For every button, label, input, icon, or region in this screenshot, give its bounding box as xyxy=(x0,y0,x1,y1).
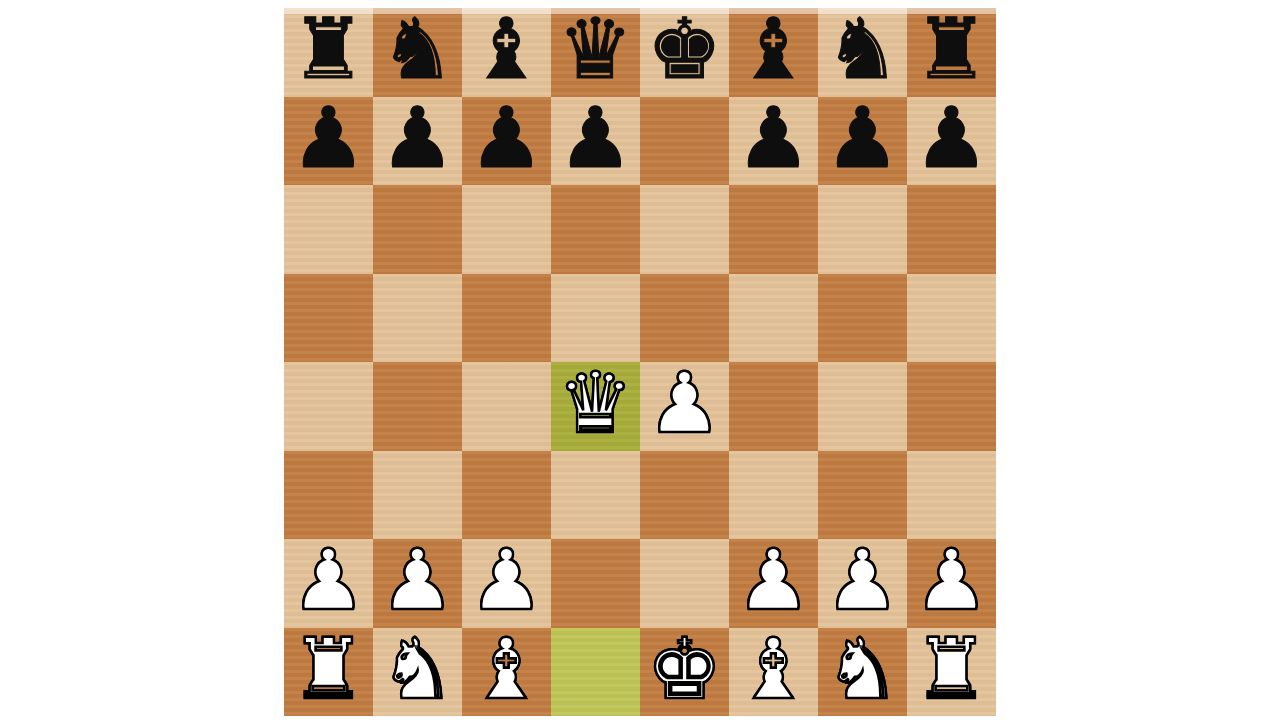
square-a7[interactable]: ♟ xyxy=(284,97,373,186)
piece-black-bishop: ♝ xyxy=(736,7,811,91)
square-g3[interactable] xyxy=(818,451,907,540)
square-e5[interactable] xyxy=(640,274,729,363)
square-f4[interactable] xyxy=(729,362,818,451)
square-d3[interactable] xyxy=(551,451,640,540)
square-c7[interactable]: ♟ xyxy=(462,97,551,186)
piece-black-bishop: ♝ xyxy=(469,7,544,91)
piece-white-bishop: ♝ xyxy=(736,627,811,711)
piece-white-pawn: ♟ xyxy=(647,361,722,445)
piece-black-pawn: ♟ xyxy=(825,96,900,180)
square-c1[interactable]: ♝ xyxy=(462,628,551,717)
square-b4[interactable] xyxy=(373,362,462,451)
square-b3[interactable] xyxy=(373,451,462,540)
square-h1[interactable]: ♜ xyxy=(907,628,996,717)
piece-black-rook: ♜ xyxy=(914,7,989,91)
square-d8[interactable]: ♛ xyxy=(551,8,640,97)
piece-white-pawn: ♟ xyxy=(825,538,900,622)
piece-black-pawn: ♟ xyxy=(469,96,544,180)
square-a2[interactable]: ♟ xyxy=(284,539,373,628)
square-a6[interactable] xyxy=(284,185,373,274)
square-a5[interactable] xyxy=(284,274,373,363)
square-g7[interactable]: ♟ xyxy=(818,97,907,186)
piece-white-rook: ♜ xyxy=(291,627,366,711)
square-a4[interactable] xyxy=(284,362,373,451)
square-f7[interactable]: ♟ xyxy=(729,97,818,186)
square-e4[interactable]: ♟ xyxy=(640,362,729,451)
piece-white-rook: ♜ xyxy=(914,627,989,711)
piece-white-pawn: ♟ xyxy=(736,538,811,622)
square-d1[interactable] xyxy=(551,628,640,717)
piece-black-pawn: ♟ xyxy=(380,96,455,180)
square-c6[interactable] xyxy=(462,185,551,274)
square-d6[interactable] xyxy=(551,185,640,274)
square-f2[interactable]: ♟ xyxy=(729,539,818,628)
square-f5[interactable] xyxy=(729,274,818,363)
square-g8[interactable]: ♞ xyxy=(818,8,907,97)
square-h5[interactable] xyxy=(907,274,996,363)
square-c2[interactable]: ♟ xyxy=(462,539,551,628)
piece-white-knight: ♞ xyxy=(380,627,455,711)
piece-white-pawn: ♟ xyxy=(291,538,366,622)
piece-black-pawn: ♟ xyxy=(736,96,811,180)
square-c8[interactable]: ♝ xyxy=(462,8,551,97)
chess-board: ♜♞♝♛♚♝♞♜♟♟♟♟♟♟♟♛♟♟♟♟♟♟♟♜♞♝♚♝♞♜ xyxy=(284,8,996,716)
piece-black-queen: ♛ xyxy=(558,7,633,91)
square-f3[interactable] xyxy=(729,451,818,540)
square-d5[interactable] xyxy=(551,274,640,363)
square-g6[interactable] xyxy=(818,185,907,274)
piece-white-bishop: ♝ xyxy=(469,627,544,711)
piece-black-pawn: ♟ xyxy=(558,96,633,180)
square-f8[interactable]: ♝ xyxy=(729,8,818,97)
square-a3[interactable] xyxy=(284,451,373,540)
square-h7[interactable]: ♟ xyxy=(907,97,996,186)
square-b5[interactable] xyxy=(373,274,462,363)
square-h2[interactable]: ♟ xyxy=(907,539,996,628)
square-g4[interactable] xyxy=(818,362,907,451)
square-h4[interactable] xyxy=(907,362,996,451)
square-d2[interactable] xyxy=(551,539,640,628)
square-e1[interactable]: ♚ xyxy=(640,628,729,717)
square-g2[interactable]: ♟ xyxy=(818,539,907,628)
piece-white-pawn: ♟ xyxy=(469,538,544,622)
piece-black-pawn: ♟ xyxy=(291,96,366,180)
square-d7[interactable]: ♟ xyxy=(551,97,640,186)
square-a1[interactable]: ♜ xyxy=(284,628,373,717)
square-b2[interactable]: ♟ xyxy=(373,539,462,628)
piece-white-pawn: ♟ xyxy=(380,538,455,622)
square-a8[interactable]: ♜ xyxy=(284,8,373,97)
piece-white-queen: ♛ xyxy=(558,361,633,445)
square-f6[interactable] xyxy=(729,185,818,274)
piece-black-rook: ♜ xyxy=(291,7,366,91)
piece-white-king: ♚ xyxy=(647,627,722,711)
square-f1[interactable]: ♝ xyxy=(729,628,818,717)
square-h3[interactable] xyxy=(907,451,996,540)
square-g1[interactable]: ♞ xyxy=(818,628,907,717)
square-b7[interactable]: ♟ xyxy=(373,97,462,186)
piece-black-pawn: ♟ xyxy=(914,96,989,180)
piece-white-pawn: ♟ xyxy=(914,538,989,622)
square-c5[interactable] xyxy=(462,274,551,363)
square-e3[interactable] xyxy=(640,451,729,540)
video-frame: ♜♞♝♛♚♝♞♜♟♟♟♟♟♟♟♛♟♟♟♟♟♟♟♜♞♝♚♝♞♜ xyxy=(0,0,1280,720)
square-e2[interactable] xyxy=(640,539,729,628)
square-c3[interactable] xyxy=(462,451,551,540)
square-h6[interactable] xyxy=(907,185,996,274)
square-b8[interactable]: ♞ xyxy=(373,8,462,97)
square-c4[interactable] xyxy=(462,362,551,451)
square-e6[interactable] xyxy=(640,185,729,274)
piece-black-king: ♚ xyxy=(647,7,722,91)
piece-white-knight: ♞ xyxy=(825,627,900,711)
square-e8[interactable]: ♚ xyxy=(640,8,729,97)
square-d4[interactable]: ♛ xyxy=(551,362,640,451)
square-h8[interactable]: ♜ xyxy=(907,8,996,97)
square-e7[interactable] xyxy=(640,97,729,186)
piece-black-knight: ♞ xyxy=(825,7,900,91)
piece-black-knight: ♞ xyxy=(380,7,455,91)
square-g5[interactable] xyxy=(818,274,907,363)
square-b6[interactable] xyxy=(373,185,462,274)
square-b1[interactable]: ♞ xyxy=(373,628,462,717)
